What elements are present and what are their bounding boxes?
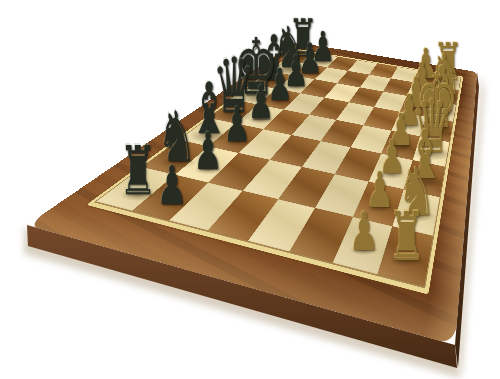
photo-stage: ♜♞♝♛♚♝♞♜♟♟♟♟♟♟♟♟♟♟♟♟♟♟♟♟♜♞♝♛♚♝♞♜ xyxy=(0,0,500,379)
